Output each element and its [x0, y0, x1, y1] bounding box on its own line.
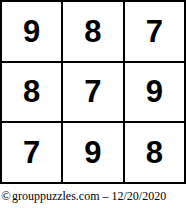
cell-r1c1: 7 — [63, 63, 122, 122]
separator-dash: – — [103, 189, 109, 204]
site-name: grouppuzzles.com — [12, 189, 100, 204]
puzzle-date: 12/20/2020 — [112, 189, 167, 204]
cell-r0c1: 8 — [63, 2, 122, 61]
footer-credit: © grouppuzzles.com – 12/20/2020 — [1, 186, 166, 206]
cell-r1c0: 8 — [2, 63, 61, 122]
puzzle-page: 9 8 7 8 7 9 7 9 8 © grouppuzzles.com – 1… — [0, 0, 186, 208]
cell-r2c0: 7 — [2, 123, 61, 182]
cell-r1c2: 9 — [125, 63, 184, 122]
tictac-board: 9 8 7 8 7 9 7 9 8 — [0, 0, 186, 184]
cell-r0c0: 9 — [2, 2, 61, 61]
copyright-icon: © — [1, 188, 11, 204]
cell-r0c2: 7 — [125, 2, 184, 61]
cell-r2c2: 8 — [125, 123, 184, 182]
cell-r2c1: 9 — [63, 123, 122, 182]
